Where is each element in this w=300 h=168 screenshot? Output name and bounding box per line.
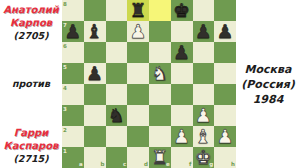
square-d6	[127, 42, 149, 63]
square-a1: 1a	[62, 147, 84, 168]
black-pawn-f6: ♟	[171, 42, 193, 63]
player-black-block: Гарри Каспаров (2715)	[0, 126, 62, 165]
player-white-name: Анатолий Карпов	[0, 3, 62, 29]
rank-label-4: 4	[63, 85, 67, 91]
square-h7: ♟	[214, 21, 236, 42]
square-f3	[171, 105, 193, 126]
square-e6	[149, 42, 171, 63]
black-pawn-b5: ♟	[84, 63, 106, 84]
rank-label-6: 6	[63, 43, 67, 49]
square-d4	[127, 84, 149, 105]
square-b5: ♟	[84, 63, 106, 84]
square-f6: ♟	[171, 42, 193, 63]
square-c1: c	[106, 147, 128, 168]
square-e3	[149, 105, 171, 126]
square-h2: ♟	[214, 126, 236, 147]
square-c7	[106, 21, 128, 42]
square-g6	[193, 42, 215, 63]
black-pawn-h7: ♟	[214, 21, 236, 42]
white-pawn-d7: ♟	[127, 21, 149, 42]
square-e7	[149, 21, 171, 42]
square-c4	[106, 84, 128, 105]
square-g7: ♟	[193, 21, 215, 42]
file-label-c: c	[123, 161, 126, 167]
square-e1: e♜	[149, 147, 171, 168]
black-pawn-g7: ♟	[193, 21, 215, 42]
square-a3: 3	[62, 105, 84, 126]
square-c8	[106, 0, 128, 21]
square-g8	[193, 0, 215, 21]
player-white-block: Анатолий Карпов (2705)	[0, 3, 62, 42]
square-d7: ♟	[127, 21, 149, 42]
square-d1: d	[127, 147, 149, 168]
square-h4	[214, 84, 236, 105]
square-b4	[84, 84, 106, 105]
white-bishop-g2: ♝	[193, 126, 215, 147]
square-e5: ♞	[149, 63, 171, 84]
square-h8	[214, 0, 236, 21]
file-label-d: d	[144, 161, 148, 167]
event-country: (Россия)	[236, 77, 300, 92]
square-a4: 4	[62, 84, 84, 105]
square-g1: g♚	[193, 147, 215, 168]
square-b8	[84, 0, 106, 21]
square-d8: ♜	[127, 0, 149, 21]
chess-board: 8♜♚7♟♝♟♟♟6♟5♟♞43♞♟2♟♝♟1abcde♜fg♚h	[62, 0, 236, 168]
rank-label-8: 8	[63, 1, 67, 7]
white-knight-e5: ♞	[149, 63, 171, 84]
square-h5	[214, 63, 236, 84]
black-king-f8: ♚	[171, 0, 193, 21]
black-knight-c3: ♞	[106, 105, 128, 126]
square-b3	[84, 105, 106, 126]
square-c6	[106, 42, 128, 63]
rank-label-2: 2	[63, 127, 67, 133]
event-city: Москва	[236, 62, 300, 77]
file-label-g: g	[209, 161, 213, 167]
square-f8: ♚	[171, 0, 193, 21]
square-g2: ♝	[193, 126, 215, 147]
square-g4	[193, 84, 215, 105]
square-e2	[149, 126, 171, 147]
player-black-name: Гарри Каспаров	[0, 126, 62, 152]
square-a7: 7♟	[62, 21, 84, 42]
square-b1: b	[84, 147, 106, 168]
white-pawn-f2: ♟	[171, 126, 193, 147]
square-b6	[84, 42, 106, 63]
square-b7: ♝	[84, 21, 106, 42]
square-f5	[171, 63, 193, 84]
file-label-h: h	[231, 161, 235, 167]
square-f4	[171, 84, 193, 105]
event-panel: Москва (Россия) 1984	[236, 0, 300, 168]
black-bishop-b7: ♝	[84, 21, 106, 42]
square-c3: ♞	[106, 105, 128, 126]
square-a6: 6	[62, 42, 84, 63]
square-d3	[127, 105, 149, 126]
square-a8: 8	[62, 0, 84, 21]
square-d2	[127, 126, 149, 147]
square-e8	[149, 0, 171, 21]
file-label-f: f	[189, 161, 191, 167]
square-h1: h	[214, 147, 236, 168]
square-h3	[214, 105, 236, 126]
black-rook-d8: ♜	[127, 0, 149, 21]
file-label-e: e	[166, 161, 170, 167]
square-d5	[127, 63, 149, 84]
square-a5: 5	[62, 63, 84, 84]
square-c2	[106, 126, 128, 147]
chess-thumbnail: Анатолий Карпов (2705) против Гарри Касп…	[0, 0, 300, 168]
event-year: 1984	[236, 92, 300, 107]
rank-label-3: 3	[63, 106, 67, 112]
file-label-b: b	[101, 161, 105, 167]
rank-label-5: 5	[63, 64, 67, 70]
square-f7	[171, 21, 193, 42]
square-g5	[193, 63, 215, 84]
player-white-rating: (2705)	[0, 30, 62, 42]
white-pawn-g3: ♟	[193, 105, 215, 126]
white-pawn-h2: ♟	[214, 126, 236, 147]
players-panel: Анатолий Карпов (2705) против Гарри Касп…	[0, 0, 62, 168]
square-f2: ♟	[171, 126, 193, 147]
square-c5	[106, 63, 128, 84]
rank-label-7: 7	[63, 22, 67, 28]
square-f1: f	[171, 147, 193, 168]
square-h6	[214, 42, 236, 63]
versus-label: против	[0, 78, 62, 89]
rank-label-1: 1	[63, 148, 67, 154]
player-black-rating: (2715)	[0, 153, 62, 165]
square-e4	[149, 84, 171, 105]
square-g3: ♟	[193, 105, 215, 126]
file-label-a: a	[79, 161, 83, 167]
square-b2	[84, 126, 106, 147]
square-a2: 2	[62, 126, 84, 147]
